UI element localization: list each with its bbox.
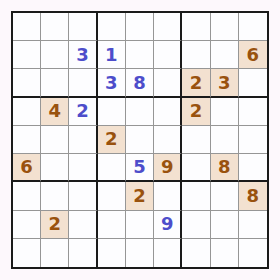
cell-r9c6[interactable] (154, 239, 182, 267)
cell-r4c5[interactable] (126, 98, 154, 126)
cell-r6c3[interactable] (69, 154, 97, 182)
cell-r7c2[interactable] (41, 182, 69, 210)
cell-r4c1[interactable] (13, 98, 41, 126)
cell-r6c2[interactable] (41, 154, 69, 182)
cell-r3c4[interactable]: 3 (98, 69, 126, 97)
cell-r7c8[interactable] (211, 182, 239, 210)
cell-r3c6[interactable] (154, 69, 182, 97)
cell-r8c8[interactable] (211, 211, 239, 239)
cell-r1c3[interactable] (69, 13, 97, 41)
cell-r1c4[interactable] (98, 13, 126, 41)
cell-r8c9[interactable] (239, 211, 267, 239)
cell-r4c6[interactable] (154, 98, 182, 126)
cell-r8c2[interactable]: 2 (41, 211, 69, 239)
cell-r3c9[interactable] (239, 69, 267, 97)
cell-r1c8[interactable] (211, 13, 239, 41)
sudoku-board: 3163823422265982829 (11, 11, 269, 269)
cell-r7c3[interactable] (69, 182, 97, 210)
cell-r4c8[interactable] (211, 98, 239, 126)
cell-r1c9[interactable] (239, 13, 267, 41)
cell-r8c1[interactable] (13, 211, 41, 239)
cell-r7c6[interactable] (154, 182, 182, 210)
cell-r1c6[interactable] (154, 13, 182, 41)
cell-r7c9[interactable]: 8 (239, 182, 267, 210)
cell-r5c9[interactable] (239, 126, 267, 154)
cell-r5c5[interactable] (126, 126, 154, 154)
cell-r1c5[interactable] (126, 13, 154, 41)
cell-r7c5[interactable]: 2 (126, 182, 154, 210)
cell-r6c8[interactable]: 8 (211, 154, 239, 182)
cell-r2c1[interactable] (13, 41, 41, 69)
cell-r5c8[interactable] (211, 126, 239, 154)
cell-r2c7[interactable] (182, 41, 210, 69)
cell-r4c3[interactable]: 2 (69, 98, 97, 126)
cell-r3c2[interactable] (41, 69, 69, 97)
cell-r2c6[interactable] (154, 41, 182, 69)
cell-r2c9[interactable]: 6 (239, 41, 267, 69)
cell-r6c7[interactable] (182, 154, 210, 182)
cell-r2c4[interactable]: 1 (98, 41, 126, 69)
cell-r3c7[interactable]: 2 (182, 69, 210, 97)
cell-r5c6[interactable] (154, 126, 182, 154)
cell-r9c1[interactable] (13, 239, 41, 267)
cell-r6c4[interactable] (98, 154, 126, 182)
cell-r5c7[interactable] (182, 126, 210, 154)
cell-r5c4[interactable]: 2 (98, 126, 126, 154)
cell-r3c8[interactable]: 3 (211, 69, 239, 97)
cell-r8c3[interactable] (69, 211, 97, 239)
cell-r7c7[interactable] (182, 182, 210, 210)
cell-r6c1[interactable]: 6 (13, 154, 41, 182)
cell-r4c2[interactable]: 4 (41, 98, 69, 126)
cell-r6c5[interactable]: 5 (126, 154, 154, 182)
cell-r5c3[interactable] (69, 126, 97, 154)
cell-r1c7[interactable] (182, 13, 210, 41)
cell-r2c8[interactable] (211, 41, 239, 69)
cell-r2c5[interactable] (126, 41, 154, 69)
cell-r5c1[interactable] (13, 126, 41, 154)
cell-r8c6[interactable]: 9 (154, 211, 182, 239)
cell-r2c3[interactable]: 3 (69, 41, 97, 69)
cell-r3c1[interactable] (13, 69, 41, 97)
cell-r9c2[interactable] (41, 239, 69, 267)
cell-r9c3[interactable] (69, 239, 97, 267)
cell-r9c7[interactable] (182, 239, 210, 267)
cell-r1c1[interactable] (13, 13, 41, 41)
page: 3163823422265982829 (0, 0, 280, 280)
cell-r6c9[interactable] (239, 154, 267, 182)
cell-r8c5[interactable] (126, 211, 154, 239)
cell-r4c4[interactable] (98, 98, 126, 126)
cell-r8c7[interactable] (182, 211, 210, 239)
cell-r1c2[interactable] (41, 13, 69, 41)
cell-r4c7[interactable]: 2 (182, 98, 210, 126)
cell-r3c5[interactable]: 8 (126, 69, 154, 97)
cell-r9c8[interactable] (211, 239, 239, 267)
cell-r3c3[interactable] (69, 69, 97, 97)
cell-r9c9[interactable] (239, 239, 267, 267)
cell-r4c9[interactable] (239, 98, 267, 126)
cell-r7c4[interactable] (98, 182, 126, 210)
cell-r9c4[interactable] (98, 239, 126, 267)
cell-r9c5[interactable] (126, 239, 154, 267)
cell-r5c2[interactable] (41, 126, 69, 154)
cell-r6c6[interactable]: 9 (154, 154, 182, 182)
cell-r8c4[interactable] (98, 211, 126, 239)
cell-r7c1[interactable] (13, 182, 41, 210)
cell-r2c2[interactable] (41, 41, 69, 69)
